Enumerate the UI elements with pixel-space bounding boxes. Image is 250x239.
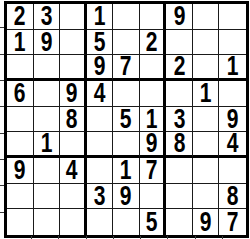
gridline-stub-left [0, 133, 4, 134]
cell-r5c7[interactable]: 3 [166, 107, 193, 133]
cell-r3c4[interactable]: 9 [87, 55, 114, 81]
cell-r1c3[interactable] [60, 4, 87, 30]
cell-r6c3[interactable] [60, 132, 87, 158]
cell-digit: 9 [146, 132, 158, 157]
cell-r4c8[interactable]: 1 [193, 81, 220, 107]
cell-r6c7[interactable]: 8 [166, 132, 193, 158]
cell-r8c6[interactable] [140, 184, 167, 210]
cell-r4c1[interactable]: 6 [7, 81, 34, 107]
cell-r6c8[interactable] [193, 132, 220, 158]
cell-digit: 3 [40, 4, 52, 30]
cell-digit: 5 [94, 30, 106, 56]
cell-digit: 1 [120, 158, 132, 184]
cell-r6c9[interactable]: 4 [219, 132, 246, 158]
cell-r7c3[interactable]: 4 [60, 158, 87, 184]
cell-r8c9[interactable]: 8 [219, 184, 246, 210]
cell-r4c3[interactable]: 9 [60, 81, 87, 107]
cell-r9c6[interactable]: 5 [140, 209, 167, 235]
cell-r3c5[interactable]: 7 [113, 55, 140, 81]
sudoku-screen: 23191952972169418513919849417398597 [0, 0, 250, 239]
cell-r5c5[interactable]: 5 [113, 107, 140, 133]
cell-r5c6[interactable]: 1 [140, 107, 167, 133]
cell-digit: 9 [40, 30, 52, 56]
cell-r8c1[interactable] [7, 184, 34, 210]
cell-digit: 7 [227, 209, 239, 235]
cell-digit: 1 [227, 55, 239, 80]
gridline-stub-bottom [113, 236, 114, 239]
cell-r3c3[interactable] [60, 55, 87, 81]
cell-digit: 2 [14, 4, 26, 30]
cell-digit: 9 [94, 55, 106, 80]
cell-r2c9[interactable] [219, 30, 246, 56]
cell-r8c7[interactable] [166, 184, 193, 210]
gridline-stub-left [0, 80, 4, 81]
cell-r7c6[interactable]: 7 [140, 158, 167, 184]
cell-r9c4[interactable] [87, 209, 114, 235]
cell-digit: 9 [120, 184, 132, 210]
cell-r6c1[interactable] [7, 132, 34, 158]
cell-r3c2[interactable] [34, 55, 61, 81]
cell-digit: 1 [40, 132, 52, 157]
cell-digit: 8 [66, 107, 78, 133]
gridline-stub-bottom [167, 236, 168, 239]
cell-r3c9[interactable]: 1 [219, 55, 246, 81]
cell-r9c7[interactable] [166, 209, 193, 235]
gridline-stub-left [0, 185, 4, 186]
gridline-stub-left [0, 54, 4, 55]
cell-r7c5[interactable]: 1 [113, 158, 140, 184]
cell-r4c6[interactable] [140, 81, 167, 107]
cell-r2c7[interactable] [166, 30, 193, 56]
cell-r4c2[interactable] [34, 81, 61, 107]
cell-r4c9[interactable] [219, 81, 246, 107]
cell-digit: 7 [146, 158, 158, 184]
cell-digit: 8 [227, 184, 239, 210]
cell-r1c4[interactable]: 1 [87, 4, 114, 30]
cell-digit: 1 [146, 107, 158, 133]
cell-r2c5[interactable] [113, 30, 140, 56]
gridline-stub-left [0, 159, 4, 160]
cell-r6c6[interactable]: 9 [140, 132, 167, 158]
cell-digit: 8 [173, 132, 185, 157]
cell-digit: 9 [227, 107, 239, 133]
cell-r2c2[interactable]: 9 [34, 30, 61, 56]
cell-r9c9[interactable]: 7 [219, 209, 246, 235]
cell-digit: 2 [146, 30, 158, 56]
cell-r7c4[interactable] [87, 158, 114, 184]
cell-r4c7[interactable] [166, 81, 193, 107]
cell-r2c8[interactable] [193, 30, 220, 56]
cell-r7c2[interactable] [34, 158, 61, 184]
gridline-stub-left [0, 212, 4, 213]
cell-r1c2[interactable]: 3 [34, 4, 61, 30]
cell-r7c9[interactable] [219, 158, 246, 184]
gridline-stub-bottom [86, 236, 87, 239]
cell-r1c5[interactable] [113, 4, 140, 30]
cell-r1c1[interactable]: 2 [7, 4, 34, 30]
cell-r3c7[interactable]: 2 [166, 55, 193, 81]
cell-r1c6[interactable] [140, 4, 167, 30]
cell-digit: 7 [120, 55, 132, 80]
cell-r7c7[interactable] [166, 158, 193, 184]
cell-r4c4[interactable]: 4 [87, 81, 114, 107]
cell-r8c4[interactable]: 3 [87, 184, 114, 210]
cell-r4c5[interactable] [113, 81, 140, 107]
cell-digit: 4 [227, 132, 239, 157]
cell-r2c4[interactable]: 5 [87, 30, 114, 56]
cell-r8c5[interactable]: 9 [113, 184, 140, 210]
gridline-stub-bottom [31, 236, 32, 239]
cell-digit: 6 [14, 81, 26, 107]
cell-r3c8[interactable] [193, 55, 220, 81]
gridline-stub-bottom [140, 236, 141, 239]
cell-digit: 9 [200, 209, 212, 235]
cell-digit: 9 [66, 81, 78, 107]
gridline-stub-left [0, 106, 4, 107]
cell-r3c6[interactable] [140, 55, 167, 81]
cell-r2c6[interactable]: 2 [140, 30, 167, 56]
cell-r8c2[interactable] [34, 184, 61, 210]
cell-r1c9[interactable] [219, 4, 246, 30]
cell-digit: 4 [94, 81, 106, 107]
cell-digit: 2 [173, 55, 185, 80]
cell-digit: 3 [94, 184, 106, 210]
cell-r5c2[interactable] [34, 107, 61, 133]
cell-r9c5[interactable] [113, 209, 140, 235]
gridline-stub-bottom [222, 236, 223, 239]
cell-digit: 9 [14, 158, 26, 184]
cell-digit: 1 [14, 30, 26, 56]
cell-r9c3[interactable] [60, 209, 87, 235]
cell-r2c1[interactable]: 1 [7, 30, 34, 56]
gridline-stub-left [0, 27, 4, 28]
cell-digit: 9 [173, 4, 185, 30]
gridline-stub-bottom [195, 236, 196, 239]
cell-digit: 1 [200, 81, 212, 107]
cell-r9c1[interactable] [7, 209, 34, 235]
cell-r6c4[interactable] [87, 132, 114, 158]
cell-digit: 5 [120, 107, 132, 133]
cell-r1c8[interactable] [193, 4, 220, 30]
cell-r8c3[interactable] [60, 184, 87, 210]
sudoku-board: 23191952972169418513919849417398597 [4, 1, 249, 238]
cell-r7c8[interactable] [193, 158, 220, 184]
gridline-stub-bottom [58, 236, 59, 239]
cell-r2c3[interactable] [60, 30, 87, 56]
cell-r9c8[interactable]: 9 [193, 209, 220, 235]
cell-r1c7[interactable]: 9 [166, 4, 193, 30]
cell-r5c4[interactable] [87, 107, 114, 133]
cell-r5c9[interactable]: 9 [219, 107, 246, 133]
cell-r7c1[interactable]: 9 [7, 158, 34, 184]
cell-digit: 5 [146, 209, 158, 235]
cell-r8c8[interactable] [193, 184, 220, 210]
cell-r9c2[interactable] [34, 209, 61, 235]
cell-r6c2[interactable]: 1 [34, 132, 61, 158]
cell-digit: 1 [94, 4, 106, 30]
cell-r5c1[interactable] [7, 107, 34, 133]
cell-r3c1[interactable] [7, 55, 34, 81]
cell-digit: 4 [66, 158, 78, 184]
cell-r6c5[interactable] [113, 132, 140, 158]
cell-r5c8[interactable] [193, 107, 220, 133]
cell-digit: 3 [173, 107, 185, 133]
cell-r5c3[interactable]: 8 [60, 107, 87, 133]
